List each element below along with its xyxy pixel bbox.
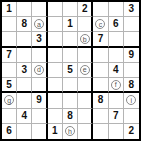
cell-r5c9[interactable] — [124, 63, 139, 78]
cell-r3c4[interactable] — [48, 32, 63, 47]
cell-r8c7[interactable] — [93, 109, 108, 124]
cell-r6c5[interactable] — [63, 78, 78, 93]
cell-r9c5[interactable]: h — [63, 124, 78, 139]
cell-r2c5[interactable]: 1 — [63, 17, 78, 32]
cell-r6c8[interactable]: f — [109, 78, 124, 93]
cell-r2c3[interactable]: a — [32, 17, 47, 32]
cell-r8c2[interactable]: 4 — [17, 109, 32, 124]
cell-r1c8[interactable] — [109, 2, 124, 17]
cell-r8c3[interactable] — [32, 109, 47, 124]
cell-r4c1[interactable]: 7 — [2, 48, 17, 63]
cell-r2c7[interactable]: c — [93, 17, 108, 32]
cell-r3c2[interactable] — [17, 32, 32, 47]
circled-letter-h: h — [65, 126, 75, 136]
cell-r7c3[interactable]: 9 — [32, 93, 47, 108]
cell-r5c2[interactable]: 3 — [17, 63, 32, 78]
given-digit: 8 — [129, 80, 135, 90]
cell-r8c5[interactable]: 8 — [63, 109, 78, 124]
given-digit: 5 — [6, 80, 12, 90]
cell-r2c6[interactable] — [78, 17, 93, 32]
circled-letter-i: i — [126, 95, 136, 105]
cell-r7c9[interactable]: i — [124, 93, 139, 108]
circled-letter-a: a — [34, 19, 44, 29]
cell-r1c5[interactable] — [63, 2, 78, 17]
cell-r1c2[interactable] — [17, 2, 32, 17]
cell-r5c7[interactable] — [93, 63, 108, 78]
cell-r9c3[interactable] — [32, 124, 47, 139]
given-digit: 8 — [22, 19, 28, 29]
cell-r3c8[interactable] — [109, 32, 124, 47]
cell-r4c7[interactable] — [93, 48, 108, 63]
cell-r8c8[interactable]: 7 — [109, 109, 124, 124]
circled-letter-b: b — [80, 34, 90, 44]
given-digit: 7 — [6, 50, 12, 60]
circled-letter-f: f — [111, 80, 121, 90]
cell-r4c6[interactable] — [78, 48, 93, 63]
given-digit: 4 — [22, 111, 28, 121]
given-digit: 1 — [52, 126, 58, 136]
cell-r6c4[interactable] — [48, 78, 63, 93]
cell-r3c5[interactable] — [63, 32, 78, 47]
cell-r5c8[interactable]: 4 — [109, 63, 124, 78]
cell-r2c1[interactable] — [2, 17, 17, 32]
cell-r7c8[interactable] — [109, 93, 124, 108]
cell-r9c4[interactable]: 1 — [48, 124, 63, 139]
cell-r6c9[interactable]: 8 — [124, 78, 139, 93]
cell-r4c8[interactable] — [109, 48, 124, 63]
cell-r8c1[interactable] — [2, 109, 17, 124]
given-digit: 2 — [129, 126, 135, 136]
given-digit: 9 — [129, 50, 135, 60]
given-digit: 8 — [98, 95, 104, 105]
cell-r2c4[interactable] — [48, 17, 63, 32]
cell-r1c3[interactable] — [32, 2, 47, 17]
cell-r4c4[interactable] — [48, 48, 63, 63]
cell-r1c9[interactable]: 3 — [124, 2, 139, 17]
cell-r2c8[interactable]: 6 — [109, 17, 124, 32]
cell-r7c1[interactable]: g — [2, 93, 17, 108]
given-digit: 1 — [67, 19, 73, 29]
cell-r6c6[interactable] — [78, 78, 93, 93]
cell-r9c7[interactable] — [93, 124, 108, 139]
cell-r1c6[interactable]: 2 — [78, 2, 93, 17]
circled-letter-d: d — [34, 65, 44, 75]
cell-r1c4[interactable] — [48, 2, 63, 17]
cell-r4c9[interactable]: 9 — [124, 48, 139, 63]
cell-r4c5[interactable] — [63, 48, 78, 63]
given-digit: 6 — [113, 19, 119, 29]
cell-r3c1[interactable] — [2, 32, 17, 47]
given-digit: 1 — [6, 4, 12, 14]
cell-r6c2[interactable] — [17, 78, 32, 93]
circled-letter-e: e — [80, 65, 90, 75]
given-digit: 4 — [113, 65, 119, 75]
cell-r9c8[interactable] — [109, 124, 124, 139]
cell-r5c1[interactable] — [2, 63, 17, 78]
sudoku-puzzle: 1238a1c63b7793d5e45f8g98i48761h2 — [0, 0, 141, 141]
cell-r1c7[interactable] — [93, 2, 108, 17]
cell-r6c3[interactable] — [32, 78, 47, 93]
cell-r6c7[interactable] — [93, 78, 108, 93]
cell-r4c2[interactable] — [17, 48, 32, 63]
given-digit: 9 — [36, 95, 42, 105]
given-digit: 3 — [22, 65, 28, 75]
cell-r9c1[interactable]: 6 — [2, 124, 17, 139]
cell-r3c6[interactable]: b — [78, 32, 93, 47]
given-digit: 7 — [113, 111, 119, 121]
cell-r5c4[interactable] — [48, 63, 63, 78]
circled-letter-c: c — [95, 19, 105, 29]
cell-r3c9[interactable] — [124, 32, 139, 47]
cell-r5c6[interactable]: e — [78, 63, 93, 78]
cell-r7c5[interactable] — [63, 93, 78, 108]
cell-r7c7[interactable]: 8 — [93, 93, 108, 108]
given-digit: 6 — [6, 126, 12, 136]
cell-r5c5[interactable]: 5 — [63, 63, 78, 78]
given-digit: 2 — [82, 4, 88, 14]
given-digit: 3 — [36, 34, 42, 44]
cell-r9c9[interactable]: 2 — [124, 124, 139, 139]
cell-r2c2[interactable]: 8 — [17, 17, 32, 32]
cell-r5c3[interactable]: d — [32, 63, 47, 78]
cell-r8c9[interactable] — [124, 109, 139, 124]
cell-r9c6[interactable] — [78, 124, 93, 139]
cell-r6c1[interactable]: 5 — [2, 78, 17, 93]
cell-r7c4[interactable] — [48, 93, 63, 108]
given-digit: 8 — [67, 111, 73, 121]
cell-r2c9[interactable] — [124, 17, 139, 32]
cell-r3c3[interactable]: 3 — [32, 32, 47, 47]
cell-r8c6[interactable] — [78, 109, 93, 124]
cell-r1c1[interactable]: 1 — [2, 2, 17, 17]
given-digit: 5 — [67, 65, 73, 75]
cell-r4c3[interactable] — [32, 48, 47, 63]
sudoku-board: 1238a1c63b7793d5e45f8g98i48761h2 — [0, 0, 141, 141]
given-digit: 3 — [129, 4, 135, 14]
cell-r7c2[interactable] — [17, 93, 32, 108]
cell-r7c6[interactable] — [78, 93, 93, 108]
given-digit: 7 — [98, 34, 104, 44]
cell-r9c2[interactable] — [17, 124, 32, 139]
cell-r3c7[interactable]: 7 — [93, 32, 108, 47]
circled-letter-g: g — [4, 95, 14, 105]
cell-r8c4[interactable] — [48, 109, 63, 124]
